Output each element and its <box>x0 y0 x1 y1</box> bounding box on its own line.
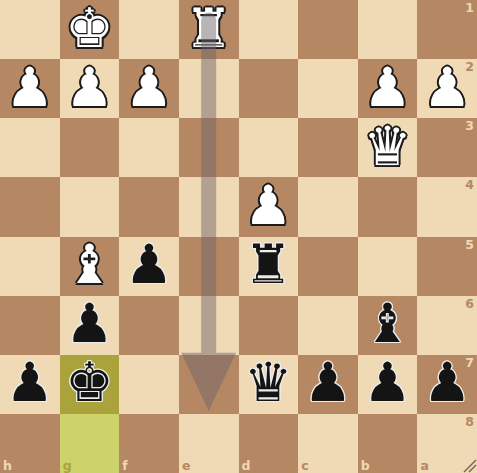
square-d4[interactable]: ♟ <box>239 177 299 236</box>
square-d6[interactable] <box>239 296 299 355</box>
square-f6[interactable] <box>119 296 179 355</box>
square-d3[interactable] <box>239 118 299 177</box>
piece-black-pawn[interactable]: ♟ <box>363 356 411 410</box>
square-a3[interactable]: 3 <box>417 118 477 177</box>
square-c3[interactable] <box>298 118 358 177</box>
file-label-d: d <box>242 460 251 473</box>
piece-white-queen[interactable]: ♛ <box>363 120 411 174</box>
square-b6[interactable]: ♝ <box>358 296 418 355</box>
board-resize-handle[interactable] <box>463 459 477 473</box>
piece-black-rook[interactable]: ♜ <box>244 238 292 292</box>
square-g2[interactable]: ♟ <box>60 59 120 118</box>
square-e8[interactable]: e <box>179 414 239 473</box>
piece-white-pawn[interactable]: ♟ <box>6 61 54 115</box>
chess-board: ♚♜1♟♟♟♟2♟♛3♟4♝♟♜5♟♝6♟♚♛♟♟7♟hgfedcb8a <box>0 0 477 473</box>
rank-label-7: 7 <box>465 357 474 370</box>
square-g5[interactable]: ♝ <box>60 237 120 296</box>
square-e6[interactable] <box>179 296 239 355</box>
square-d7[interactable]: ♛ <box>239 355 299 414</box>
square-c4[interactable] <box>298 177 358 236</box>
square-g3[interactable] <box>60 118 120 177</box>
rank-label-3: 3 <box>465 120 474 133</box>
square-f4[interactable] <box>119 177 179 236</box>
file-label-f: f <box>122 460 127 473</box>
piece-white-pawn[interactable]: ♟ <box>65 61 113 115</box>
piece-black-pawn[interactable]: ♟ <box>125 238 173 292</box>
square-a1[interactable]: 1 <box>417 0 477 59</box>
square-b5[interactable] <box>358 237 418 296</box>
square-h8[interactable]: h <box>0 414 60 473</box>
square-g7[interactable]: ♚ <box>60 355 120 414</box>
square-h6[interactable] <box>0 296 60 355</box>
file-label-e: e <box>182 460 190 473</box>
square-c6[interactable] <box>298 296 358 355</box>
file-label-a: a <box>420 460 428 473</box>
file-label-c: c <box>301 460 308 473</box>
square-f2[interactable]: ♟ <box>119 59 179 118</box>
square-h2[interactable]: ♟ <box>0 59 60 118</box>
piece-white-pawn[interactable]: ♟ <box>423 61 471 115</box>
file-label-h: h <box>3 460 12 473</box>
square-d5[interactable]: ♜ <box>239 237 299 296</box>
square-e1[interactable]: ♜ <box>179 0 239 59</box>
square-f1[interactable] <box>119 0 179 59</box>
piece-white-pawn[interactable]: ♟ <box>244 179 292 233</box>
square-e7[interactable] <box>179 355 239 414</box>
square-b2[interactable]: ♟ <box>358 59 418 118</box>
square-d2[interactable] <box>239 59 299 118</box>
rank-label-2: 2 <box>465 61 474 74</box>
square-h5[interactable] <box>0 237 60 296</box>
piece-black-queen[interactable]: ♛ <box>244 356 292 410</box>
square-b1[interactable] <box>358 0 418 59</box>
rank-label-8: 8 <box>465 416 474 429</box>
square-f7[interactable] <box>119 355 179 414</box>
square-c1[interactable] <box>298 0 358 59</box>
square-h1[interactable] <box>0 0 60 59</box>
square-e2[interactable] <box>179 59 239 118</box>
square-h4[interactable] <box>0 177 60 236</box>
square-f3[interactable] <box>119 118 179 177</box>
square-a2[interactable]: 2♟ <box>417 59 477 118</box>
piece-black-bishop[interactable]: ♝ <box>363 297 411 351</box>
file-label-b: b <box>361 460 370 473</box>
square-d1[interactable] <box>239 0 299 59</box>
rank-label-5: 5 <box>465 239 474 252</box>
square-e4[interactable] <box>179 177 239 236</box>
square-h3[interactable] <box>0 118 60 177</box>
square-e5[interactable] <box>179 237 239 296</box>
piece-white-king[interactable]: ♚ <box>65 2 113 56</box>
square-c5[interactable] <box>298 237 358 296</box>
square-b3[interactable]: ♛ <box>358 118 418 177</box>
square-b7[interactable]: ♟ <box>358 355 418 414</box>
square-a7[interactable]: 7♟ <box>417 355 477 414</box>
piece-black-pawn[interactable]: ♟ <box>304 356 352 410</box>
square-h7[interactable]: ♟ <box>0 355 60 414</box>
square-a5[interactable]: 5 <box>417 237 477 296</box>
piece-white-pawn[interactable]: ♟ <box>125 61 173 115</box>
square-g4[interactable] <box>60 177 120 236</box>
chess-board-container: ♚♜1♟♟♟♟2♟♛3♟4♝♟♜5♟♝6♟♚♛♟♟7♟hgfedcb8a <box>0 0 477 473</box>
square-c8[interactable]: c <box>298 414 358 473</box>
piece-white-bishop[interactable]: ♝ <box>65 238 113 292</box>
square-d8[interactable]: d <box>239 414 299 473</box>
square-a6[interactable]: 6 <box>417 296 477 355</box>
rank-label-1: 1 <box>465 2 474 15</box>
piece-white-pawn[interactable]: ♟ <box>363 61 411 115</box>
square-f8[interactable]: f <box>119 414 179 473</box>
piece-white-rook[interactable]: ♜ <box>184 2 232 56</box>
square-e3[interactable] <box>179 118 239 177</box>
rank-label-6: 6 <box>465 298 474 311</box>
piece-black-pawn[interactable]: ♟ <box>6 356 54 410</box>
square-c2[interactable] <box>298 59 358 118</box>
square-a4[interactable]: 4 <box>417 177 477 236</box>
piece-black-pawn[interactable]: ♟ <box>423 356 471 410</box>
square-b8[interactable]: b <box>358 414 418 473</box>
rank-label-4: 4 <box>465 179 474 192</box>
square-g1[interactable]: ♚ <box>60 0 120 59</box>
square-c7[interactable]: ♟ <box>298 355 358 414</box>
square-g8[interactable]: g <box>60 414 120 473</box>
piece-black-king[interactable]: ♚ <box>65 356 113 410</box>
square-b4[interactable] <box>358 177 418 236</box>
piece-black-pawn[interactable]: ♟ <box>65 297 113 351</box>
file-label-g: g <box>63 460 72 473</box>
square-f5[interactable]: ♟ <box>119 237 179 296</box>
square-g6[interactable]: ♟ <box>60 296 120 355</box>
